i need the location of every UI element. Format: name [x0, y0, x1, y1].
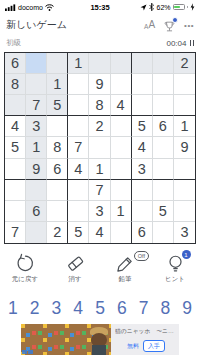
carrier-label: docomo — [18, 4, 43, 11]
cell-r1c5[interactable] — [89, 53, 110, 74]
cell-r9c5[interactable]: 4 — [89, 222, 110, 243]
charging-bolt-icon — [190, 3, 195, 11]
undo-button[interactable]: 元に戻す — [0, 253, 50, 290]
pencil-button[interactable]: Off 鉛筆 — [100, 253, 150, 290]
ad-info-icon[interactable] — [28, 350, 33, 355]
trophy-badge — [172, 17, 178, 23]
cell-r6c8[interactable] — [153, 159, 174, 180]
cell-r5c7[interactable]: 4 — [132, 137, 153, 158]
numpad-4[interactable]: 4 — [67, 296, 89, 320]
bluetooth-icon — [149, 3, 154, 11]
numpad-3[interactable]: 3 — [46, 296, 68, 320]
numpad-6[interactable]: 6 — [111, 296, 133, 320]
cell-r6c1[interactable] — [5, 159, 26, 180]
undo-label: 元に戻す — [12, 275, 38, 284]
cell-r7c1[interactable] — [5, 180, 26, 201]
cell-r4c1[interactable]: 4 — [5, 116, 26, 137]
game-bar: 初級 00:04 — [0, 36, 200, 50]
cell-r7c2[interactable] — [26, 180, 47, 201]
numpad-9[interactable]: 9 — [176, 296, 198, 320]
status-bar: docomo 15:35 62% — [0, 0, 200, 14]
cell-r6c3[interactable]: 6 — [47, 159, 68, 180]
battery-icon — [173, 4, 185, 10]
cell-r2c5[interactable]: 9 — [89, 74, 110, 95]
cell-r7c5[interactable]: 7 — [89, 180, 110, 201]
undo-icon — [15, 253, 36, 274]
text-size-button[interactable]: AA — [144, 20, 155, 30]
ad-banner[interactable]: 猫のニャッホ 〜ニ… 無料 入手 — [0, 324, 200, 356]
cell-r3c1[interactable] — [5, 95, 26, 116]
trophy-button[interactable] — [163, 19, 176, 32]
cell-r4c7[interactable]: 5 — [132, 116, 153, 137]
cell-r3c2[interactable]: 7 — [26, 95, 47, 116]
cell-r8c6[interactable]: 1 — [111, 201, 132, 222]
numpad[interactable]: 123456789 — [0, 296, 200, 320]
cell-r8c5[interactable]: 3 — [89, 201, 110, 222]
toolbar: 元に戻す 消す Off 鉛筆 1 — [0, 253, 200, 290]
difficulty-label: 初級 — [6, 38, 21, 48]
cell-r8c2[interactable]: 6 — [26, 201, 47, 222]
cell-r7c7[interactable] — [132, 180, 153, 201]
numpad-8[interactable]: 8 — [154, 296, 176, 320]
sudoku-grid[interactable]: 61281975844325615187499641376315725463 — [4, 52, 196, 244]
cell-r3c4[interactable] — [68, 95, 89, 116]
hint-button[interactable]: 1 ヒント — [150, 253, 200, 290]
cell-r7c4[interactable] — [68, 180, 89, 201]
cell-r4c6[interactable] — [111, 116, 132, 137]
cell-r6c5[interactable]: 1 — [89, 159, 110, 180]
cell-r5c2[interactable]: 1 — [26, 137, 47, 158]
cell-r2c7[interactable] — [132, 74, 153, 95]
cell-r9c8[interactable] — [153, 222, 174, 243]
cell-r2c9[interactable] — [174, 74, 195, 95]
cell-r8c3[interactable] — [47, 201, 68, 222]
cell-r6c2[interactable]: 9 — [26, 159, 47, 180]
cell-r3c8[interactable] — [153, 95, 174, 116]
ad-get-button[interactable]: 入手 — [143, 340, 165, 352]
ad-close-icon[interactable] — [22, 350, 27, 355]
cell-r4c9[interactable]: 1 — [174, 116, 195, 137]
cell-r6c7[interactable]: 3 — [132, 159, 153, 180]
cell-r1c1[interactable]: 6 — [5, 53, 26, 74]
cell-r3c9[interactable] — [174, 95, 195, 116]
cell-r7c9[interactable] — [174, 180, 195, 201]
more-button[interactable]: ••• — [184, 21, 194, 30]
cell-r6c9[interactable] — [174, 159, 195, 180]
cell-r5c4[interactable]: 7 — [68, 137, 89, 158]
cell-r9c4[interactable]: 5 — [68, 222, 89, 243]
cell-r4c4[interactable] — [68, 116, 89, 137]
cell-r4c3[interactable] — [47, 116, 68, 137]
ad-title: 猫のニャッホ 〜ニ… — [115, 327, 177, 336]
header: 新しいゲーム AA ••• — [0, 14, 200, 36]
cell-r4c5[interactable]: 2 — [89, 116, 110, 137]
cell-r2c3[interactable]: 1 — [47, 74, 68, 95]
numpad-7[interactable]: 7 — [133, 296, 155, 320]
cell-r4c2[interactable]: 3 — [26, 116, 47, 137]
pause-button[interactable] — [190, 40, 195, 46]
ad-cat-character — [88, 327, 110, 355]
hint-label: ヒント — [165, 275, 185, 284]
cell-r2c8[interactable] — [153, 74, 174, 95]
pencil-mode-badge: Off — [134, 251, 148, 261]
battery-percent-label: 62% — [156, 4, 170, 11]
cell-r3c6[interactable]: 4 — [111, 95, 132, 116]
cell-r3c5[interactable]: 8 — [89, 95, 110, 116]
cell-r1c4[interactable]: 1 — [68, 53, 89, 74]
cell-r9c2[interactable] — [26, 222, 47, 243]
cell-r1c7[interactable] — [132, 53, 153, 74]
cell-r7c8[interactable] — [153, 180, 174, 201]
numpad-5[interactable]: 5 — [89, 296, 111, 320]
cell-r6c4[interactable]: 4 — [68, 159, 89, 180]
cell-r1c6[interactable] — [111, 53, 132, 74]
cell-r7c3[interactable] — [47, 180, 68, 201]
cell-r5c5[interactable] — [89, 137, 110, 158]
hint-count-badge: 1 — [182, 250, 191, 259]
location-icon — [140, 4, 147, 11]
cell-r2c2[interactable] — [26, 74, 47, 95]
cell-r2c1[interactable]: 8 — [5, 74, 26, 95]
cell-r1c3[interactable] — [47, 53, 68, 74]
numpad-1[interactable]: 1 — [2, 296, 24, 320]
cell-r9c1[interactable]: 7 — [5, 222, 26, 243]
cell-r6c6[interactable] — [111, 159, 132, 180]
timer-label: 00:04 — [166, 39, 186, 48]
cell-r1c2[interactable] — [26, 53, 47, 74]
battery-tip — [187, 6, 188, 9]
cell-r2c4[interactable] — [68, 74, 89, 95]
cell-r8c9[interactable] — [174, 201, 195, 222]
eraser-icon — [65, 253, 86, 274]
ad-free-label: 無料 — [127, 342, 139, 351]
cell-r7c6[interactable] — [111, 180, 132, 201]
cell-r5c1[interactable]: 5 — [5, 137, 26, 158]
cell-r8c4[interactable] — [68, 201, 89, 222]
cell-r1c9[interactable]: 2 — [174, 53, 195, 74]
pencil-icon — [115, 253, 136, 274]
wifi-icon — [45, 4, 54, 11]
cell-r9c6[interactable] — [111, 222, 132, 243]
erase-button[interactable]: 消す — [50, 253, 100, 290]
cell-r8c8[interactable]: 5 — [153, 201, 174, 222]
pencil-label: 鉛筆 — [119, 275, 132, 284]
page-title: 新しいゲーム — [6, 18, 67, 32]
erase-label: 消す — [68, 275, 81, 284]
cell-r5c6[interactable] — [111, 137, 132, 158]
cell-r5c3[interactable]: 8 — [47, 137, 68, 158]
cell-r8c1[interactable] — [5, 201, 26, 222]
cell-r1c8[interactable] — [153, 53, 174, 74]
ad-game-image — [21, 324, 111, 355]
cell-r9c7[interactable]: 6 — [132, 222, 153, 243]
cell-r5c9[interactable]: 9 — [174, 137, 195, 158]
cell-r3c7[interactable] — [132, 95, 153, 116]
cell-r5c8[interactable] — [153, 137, 174, 158]
numpad-2[interactable]: 2 — [24, 296, 46, 320]
cell-r9c3[interactable]: 2 — [47, 222, 68, 243]
cell-r8c7[interactable] — [132, 201, 153, 222]
cell-r2c6[interactable] — [111, 74, 132, 95]
signal-icon — [5, 4, 16, 11]
cell-r3c3[interactable]: 5 — [47, 95, 68, 116]
cell-r4c8[interactable]: 6 — [153, 116, 174, 137]
cell-r9c9[interactable]: 3 — [174, 222, 195, 243]
